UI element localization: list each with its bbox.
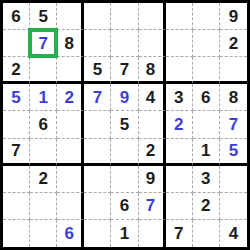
cell-r1c4[interactable]	[84, 3, 111, 30]
cell-r2c7[interactable]	[166, 30, 193, 57]
cell-r2c3[interactable]: 8	[57, 30, 84, 57]
cell-r5c8[interactable]	[193, 111, 220, 138]
cell-digit: 5	[120, 116, 129, 133]
cell-digit: 8	[65, 35, 74, 52]
cell-r7c1[interactable]	[3, 166, 30, 193]
cell-r5c5[interactable]: 5	[111, 111, 138, 138]
cell-r8c1[interactable]	[3, 193, 30, 220]
cell-r6c6[interactable]: 2	[139, 139, 166, 166]
cell-digit: 6	[120, 197, 129, 214]
cell-r3c8[interactable]	[193, 57, 220, 84]
cell-r7c8[interactable]: 3	[193, 166, 220, 193]
cell-r4c8[interactable]: 6	[193, 84, 220, 111]
cell-r2c9[interactable]: 2	[220, 30, 247, 57]
cell-r8c2[interactable]	[30, 193, 57, 220]
cell-r3c9[interactable]	[220, 57, 247, 84]
cell-r3c3[interactable]	[57, 57, 84, 84]
cell-r5c2[interactable]: 6	[30, 111, 57, 138]
cell-r1c5[interactable]	[111, 3, 138, 30]
cell-digit: 1	[120, 225, 129, 242]
cell-digit: 2	[201, 197, 210, 214]
cell-r8c3[interactable]	[57, 193, 84, 220]
cell-r3c6[interactable]: 8	[139, 57, 166, 84]
cell-r7c7[interactable]	[166, 166, 193, 193]
cell-r9c5[interactable]: 1	[111, 220, 138, 247]
cell-r9c2[interactable]	[30, 220, 57, 247]
selected-cell-highlight	[28, 28, 58, 58]
cell-r6c7[interactable]	[166, 139, 193, 166]
cell-r9c1[interactable]	[3, 220, 30, 247]
cell-digit: 6	[201, 89, 210, 106]
cell-r8c9[interactable]	[220, 193, 247, 220]
cell-r8c8[interactable]: 2	[193, 193, 220, 220]
cell-r6c4[interactable]	[84, 139, 111, 166]
cell-digit: 6	[38, 116, 47, 133]
cell-digit: 7	[120, 61, 129, 78]
cell-r9c9[interactable]: 4	[220, 220, 247, 247]
cell-r3c4[interactable]: 5	[84, 57, 111, 84]
cell-r4c2[interactable]: 1	[30, 84, 57, 111]
cell-r8c4[interactable]	[84, 193, 111, 220]
cell-r2c8[interactable]	[193, 30, 220, 57]
cell-digit: 9	[120, 89, 129, 106]
cell-digit: 6	[11, 8, 20, 25]
cell-r1c3[interactable]	[57, 3, 84, 30]
cell-r1c6[interactable]	[139, 3, 166, 30]
cell-digit: 6	[65, 225, 74, 242]
cell-r1c2[interactable]: 5	[30, 3, 57, 30]
cell-r5c7[interactable]: 2	[166, 111, 193, 138]
cell-digit: 7	[93, 89, 102, 106]
cell-r4c4[interactable]: 7	[84, 84, 111, 111]
cell-r5c1[interactable]	[3, 111, 30, 138]
cell-digit: 3	[201, 170, 210, 187]
cell-r5c6[interactable]	[139, 111, 166, 138]
cell-r5c4[interactable]	[84, 111, 111, 138]
cell-r9c7[interactable]: 7	[166, 220, 193, 247]
cell-r9c8[interactable]	[193, 220, 220, 247]
cell-r1c9[interactable]: 9	[220, 3, 247, 30]
sudoku-board: 6597822578512794368652772152936726174	[0, 0, 250, 250]
cell-r4c6[interactable]: 4	[139, 84, 166, 111]
cell-digit: 4	[146, 89, 155, 106]
cell-r2c4[interactable]	[84, 30, 111, 57]
cell-r4c7[interactable]: 3	[166, 84, 193, 111]
cell-digit: 4	[229, 225, 238, 242]
cell-r8c5[interactable]: 6	[111, 193, 138, 220]
cell-r3c1[interactable]: 2	[3, 57, 30, 84]
cell-digit: 5	[229, 142, 238, 159]
cell-r7c3[interactable]	[57, 166, 84, 193]
cell-digit: 2	[38, 170, 47, 187]
cell-r3c7[interactable]	[166, 57, 193, 84]
cell-r7c4[interactable]	[84, 166, 111, 193]
cell-digit: 7	[146, 197, 155, 214]
cell-r4c9[interactable]: 8	[220, 84, 247, 111]
cell-r6c3[interactable]	[57, 139, 84, 166]
cell-digit: 7	[229, 116, 238, 133]
cell-digit: 5	[93, 61, 102, 78]
cell-digit: 7	[174, 225, 183, 242]
cell-digit: 3	[174, 89, 183, 106]
cell-r2c2[interactable]: 7	[30, 30, 57, 57]
cell-digit: 5	[11, 89, 20, 106]
cell-digit: 5	[38, 8, 47, 25]
cell-r6c2[interactable]	[30, 139, 57, 166]
cell-r5c3[interactable]	[57, 111, 84, 138]
cell-digit: 7	[11, 142, 20, 159]
cell-r7c5[interactable]	[111, 166, 138, 193]
cell-digit: 9	[229, 8, 238, 25]
cell-r3c2[interactable]	[30, 57, 57, 84]
cell-r7c2[interactable]: 2	[30, 166, 57, 193]
cell-r8c6[interactable]: 7	[139, 193, 166, 220]
cell-r1c7[interactable]	[166, 3, 193, 30]
cell-digit: 1	[201, 142, 210, 159]
cell-digit: 8	[229, 89, 238, 106]
cell-r4c1[interactable]: 5	[3, 84, 30, 111]
cell-r9c3[interactable]: 6	[57, 220, 84, 247]
cell-r5c9[interactable]: 7	[220, 111, 247, 138]
cell-r8c7[interactable]	[166, 193, 193, 220]
cell-digit: 2	[229, 35, 238, 52]
cell-digit: 2	[65, 89, 74, 106]
cell-digit: 2	[146, 142, 155, 159]
cell-r2c1[interactable]	[3, 30, 30, 57]
cell-r9c4[interactable]	[84, 220, 111, 247]
cell-r9c6[interactable]	[139, 220, 166, 247]
cell-r6c1[interactable]: 7	[3, 139, 30, 166]
cell-r6c5[interactable]	[111, 139, 138, 166]
cell-r6c9[interactable]: 5	[220, 139, 247, 166]
cell-r3c5[interactable]: 7	[111, 57, 138, 84]
cell-digit: 7	[38, 35, 47, 52]
cell-r1c1[interactable]: 6	[3, 3, 30, 30]
cell-digit: 2	[11, 61, 20, 78]
cell-r7c9[interactable]	[220, 166, 247, 193]
cell-digit: 1	[38, 89, 47, 106]
cell-r2c6[interactable]	[139, 30, 166, 57]
cell-digit: 2	[174, 116, 183, 133]
cell-r7c6[interactable]: 9	[139, 166, 166, 193]
cell-r4c3[interactable]: 2	[57, 84, 84, 111]
cell-r1c8[interactable]	[193, 3, 220, 30]
cell-digit: 8	[146, 61, 155, 78]
cell-r2c5[interactable]	[111, 30, 138, 57]
cell-r6c8[interactable]: 1	[193, 139, 220, 166]
cell-r4c5[interactable]: 9	[111, 84, 138, 111]
cell-digit: 9	[146, 170, 155, 187]
